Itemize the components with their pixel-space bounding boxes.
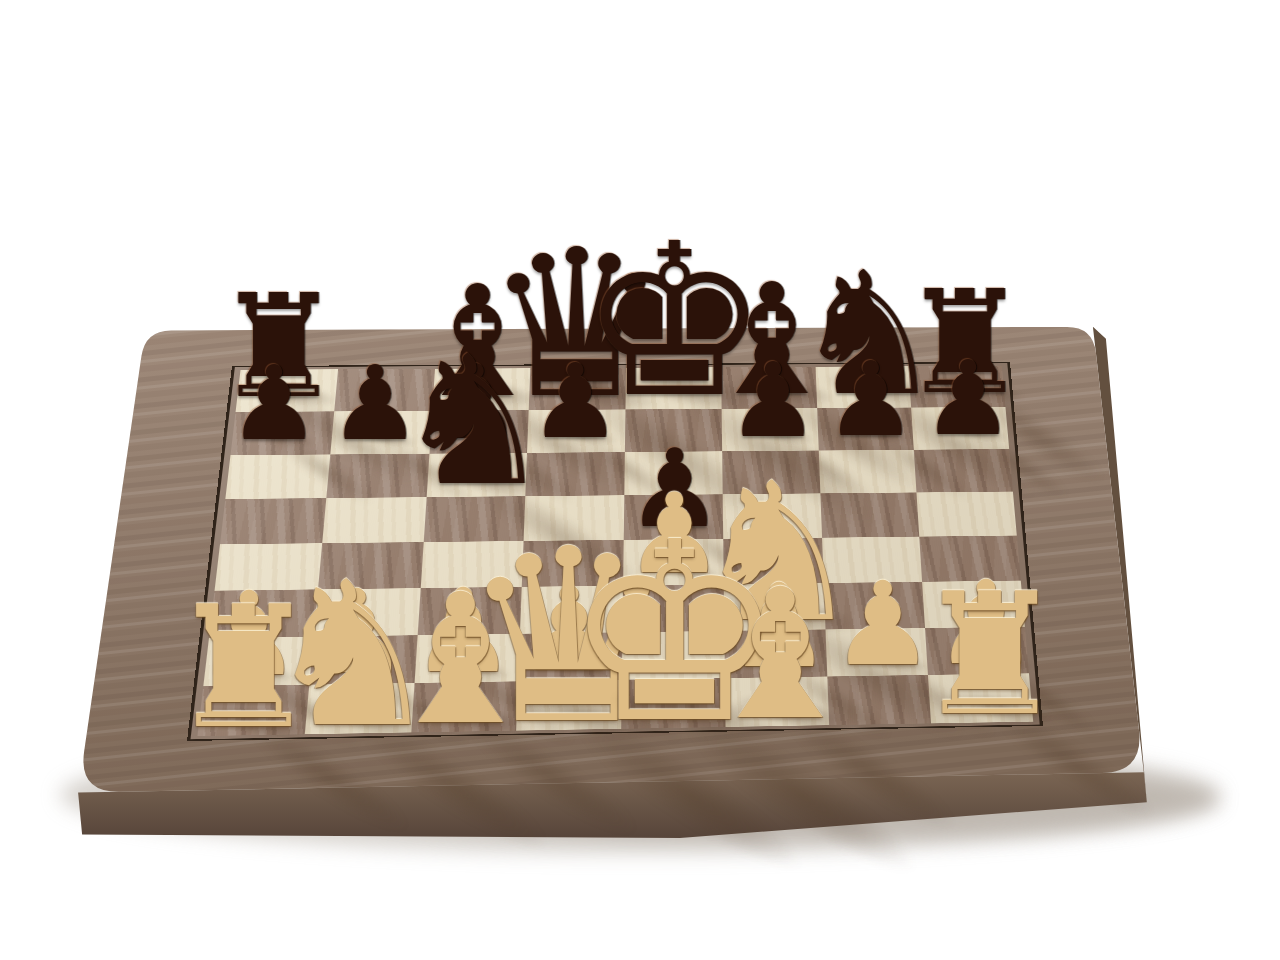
pawn-glyph: ♟: [825, 348, 917, 451]
pieces-layer: ♜♝♛♚♝♞♜♟♟♟♟♟♟♟♞♟♟♞♟♟♟♟♟♟♟♜♞♝♛♚♝♜: [0, 0, 1280, 960]
chess-product-photo: ♜♝♛♚♝♞♜♟♟♟♟♟♟♟♞♟♟♞♟♟♟♟♟♟♟♜♞♝♛♚♝♜: [0, 0, 1280, 960]
bishop-glyph: ♝: [700, 564, 861, 744]
knight-glyph: ♞: [393, 332, 553, 511]
pawn-glyph: ♟: [922, 348, 1014, 451]
pawn-glyph: ♟: [727, 349, 819, 452]
pawn-glyph: ♟: [228, 353, 320, 456]
rook-glyph: ♜: [914, 571, 1065, 739]
